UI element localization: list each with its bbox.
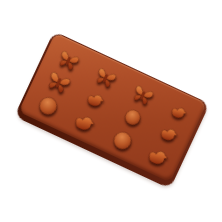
mould-cavity-duck xyxy=(154,121,183,147)
mould-cavity-duck xyxy=(81,87,110,113)
mould-cavity-dome xyxy=(107,126,137,154)
mould-cavity-dome xyxy=(120,105,146,130)
mould-cavity-duck xyxy=(68,108,102,138)
mould-tray-surface xyxy=(19,33,207,182)
mould-cavity-duck xyxy=(142,142,176,172)
mould-cavity-butterfly xyxy=(128,82,158,110)
product-photo-chocolate-mould xyxy=(0,0,222,222)
mould-tray xyxy=(14,31,210,189)
mould-cavity-duck xyxy=(166,101,192,125)
mould-cavity-butterfly xyxy=(91,64,121,92)
mould-cavity-dome xyxy=(33,91,63,119)
